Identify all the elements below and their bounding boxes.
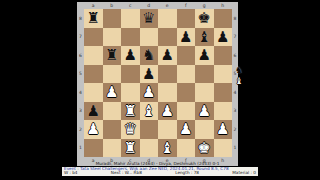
square-b1[interactable]	[103, 139, 122, 158]
last-move-label: W : b4	[64, 171, 78, 176]
rank-label-6: 6	[232, 46, 239, 65]
event-info-line: Event : Tata Steel Challengers, Wijk aan…	[64, 167, 256, 172]
square-c2[interactable]: ♛	[121, 120, 140, 139]
square-e4[interactable]	[158, 83, 177, 102]
square-f5[interactable]	[177, 65, 196, 84]
black-pawn-a3[interactable]: ♟	[87, 102, 100, 121]
rank-label-8: 8	[232, 9, 239, 28]
white-bishop-e1[interactable]: ♝	[161, 139, 174, 158]
square-h1[interactable]	[214, 139, 233, 158]
square-g4[interactable]	[195, 83, 214, 102]
square-f2[interactable]: ♟	[177, 120, 196, 139]
file-label-a: a	[84, 3, 103, 9]
square-e8[interactable]	[158, 9, 177, 28]
next-move-label: Next : W... Rb8	[111, 171, 142, 176]
black-pawn-g6[interactable]: ♟	[198, 46, 211, 65]
length-label: Length : 78	[175, 171, 199, 176]
square-g6[interactable]: ♟	[195, 46, 214, 65]
square-c5[interactable]	[121, 65, 140, 84]
square-e1[interactable]: ♝	[158, 139, 177, 158]
square-a4[interactable]	[84, 83, 103, 102]
players-result-line: Muradli, Mahir Arutla (2464) - Divya, De…	[77, 161, 238, 166]
white-pawn-g3[interactable]: ♟	[198, 102, 211, 121]
rank-label-2: 2	[77, 120, 84, 139]
square-d7[interactable]	[140, 28, 159, 47]
square-c1[interactable]: ♜	[121, 139, 140, 158]
black-king-g8[interactable]: ♚	[198, 9, 211, 28]
black-queen-d8[interactable]: ♛	[142, 9, 155, 28]
white-queen-c2[interactable]: ♛	[124, 120, 137, 139]
black-pawn-d5[interactable]: ♟	[142, 65, 155, 84]
square-b2[interactable]	[103, 120, 122, 139]
rank-label-5: 5	[77, 65, 84, 84]
square-a5[interactable]	[84, 65, 103, 84]
square-a1[interactable]	[84, 139, 103, 158]
square-g1[interactable]: ♚	[195, 139, 214, 158]
rank-label-4: 4	[77, 83, 84, 102]
square-h8[interactable]	[214, 9, 233, 28]
square-h2[interactable]: ♟	[214, 120, 233, 139]
square-g3[interactable]: ♟	[195, 102, 214, 121]
square-f3[interactable]	[177, 102, 196, 121]
file-label-c: c	[121, 3, 140, 9]
square-b7[interactable]	[103, 28, 122, 47]
square-c7[interactable]	[121, 28, 140, 47]
square-e2[interactable]	[158, 120, 177, 139]
file-label-e: e	[158, 3, 177, 9]
white-pawn-f2[interactable]: ♟	[179, 120, 192, 139]
square-e5[interactable]	[158, 65, 177, 84]
square-h5[interactable]	[214, 65, 233, 84]
black-knight-icon: ♞	[235, 65, 243, 76]
square-a7[interactable]	[84, 28, 103, 47]
square-g5[interactable]	[195, 65, 214, 84]
chess-board[interactable]: ♜♛♚♟♝♟♜♟♞♟♟♟♟♟♟♜♝♟♟♟♛♟♟♜♝♚	[84, 9, 232, 157]
square-g8[interactable]: ♚	[195, 9, 214, 28]
square-c4[interactable]	[121, 83, 140, 102]
square-e3[interactable]: ♟	[158, 102, 177, 121]
black-rook-a8[interactable]: ♜	[87, 9, 100, 28]
file-label-f: f	[177, 3, 196, 9]
square-d4[interactable]: ♟	[140, 83, 159, 102]
square-g7[interactable]: ♝	[195, 28, 214, 47]
square-b6[interactable]: ♜	[103, 46, 122, 65]
black-pawn-f7[interactable]: ♟	[179, 28, 192, 47]
square-c3[interactable]: ♜	[121, 102, 140, 121]
square-a6[interactable]	[84, 46, 103, 65]
square-h7[interactable]: ♟	[214, 28, 233, 47]
white-pawn-h2[interactable]: ♟	[216, 120, 229, 139]
square-d8[interactable]: ♛	[140, 9, 159, 28]
square-a3[interactable]: ♟	[84, 102, 103, 121]
white-bishop-icon: ♝	[235, 76, 243, 87]
rank-labels-left: 87654321	[77, 9, 84, 157]
white-bishop-d3[interactable]: ♝	[142, 102, 155, 121]
black-pawn-c6[interactable]: ♟	[124, 46, 137, 65]
square-d1[interactable]	[140, 139, 159, 158]
white-pawn-b4[interactable]: ♟	[105, 83, 118, 102]
square-c6[interactable]: ♟	[121, 46, 140, 65]
square-b3[interactable]	[103, 102, 122, 121]
material-label: Material : 0	[232, 171, 256, 176]
white-pawn-e3[interactable]: ♟	[161, 102, 174, 121]
rank-label-3: 3	[232, 102, 239, 121]
file-label-h: h	[214, 3, 233, 9]
rank-label-7: 7	[77, 28, 84, 47]
rank-label-1: 1	[77, 139, 84, 158]
video-frame: abcdefgh 87654321 87654321 abcdefgh ♜♛♚♟…	[0, 0, 320, 180]
square-d3[interactable]: ♝	[140, 102, 159, 121]
square-h4[interactable]	[214, 83, 233, 102]
status-line: W : b4 Next : W... Rb8 Length : 78 Mater…	[64, 171, 256, 176]
square-c8[interactable]	[121, 9, 140, 28]
file-label-b: b	[103, 3, 122, 9]
white-pawn-d4[interactable]: ♟	[142, 83, 155, 102]
white-king-g1[interactable]: ♚	[198, 139, 211, 158]
rank-label-6: 6	[77, 46, 84, 65]
file-label-g: g	[195, 3, 214, 9]
captured-material-tray: ♞♝	[233, 65, 245, 87]
rank-label-1: 1	[232, 139, 239, 158]
game-info-strip: Event : Tata Steel Challengers, Wijk aan…	[62, 167, 258, 177]
square-a2[interactable]: ♟	[84, 120, 103, 139]
square-g2[interactable]	[195, 120, 214, 139]
rank-label-3: 3	[77, 102, 84, 121]
black-bishop-g7[interactable]: ♝	[198, 28, 211, 47]
white-pawn-a2[interactable]: ♟	[87, 120, 100, 139]
square-f8[interactable]	[177, 9, 196, 28]
black-pawn-h7[interactable]: ♟	[216, 28, 229, 47]
rank-label-8: 8	[77, 9, 84, 28]
square-h3[interactable]	[214, 102, 233, 121]
square-f6[interactable]	[177, 46, 196, 65]
file-labels-top: abcdefgh	[84, 3, 232, 9]
square-d5[interactable]: ♟	[140, 65, 159, 84]
black-pawn-e6[interactable]: ♟	[161, 46, 174, 65]
rank-label-2: 2	[232, 120, 239, 139]
square-f7[interactable]: ♟	[177, 28, 196, 47]
white-rook-c1[interactable]: ♜	[124, 139, 137, 158]
square-e7[interactable]	[158, 28, 177, 47]
square-f1[interactable]	[177, 139, 196, 158]
square-a8[interactable]: ♜	[84, 9, 103, 28]
black-knight-d6[interactable]: ♞	[142, 46, 155, 65]
square-e6[interactable]: ♟	[158, 46, 177, 65]
square-d6[interactable]: ♞	[140, 46, 159, 65]
white-rook-c3[interactable]: ♜	[124, 102, 137, 121]
black-rook-b6[interactable]: ♜	[105, 46, 118, 65]
square-b8[interactable]	[103, 9, 122, 28]
square-b4[interactable]: ♟	[103, 83, 122, 102]
square-b5[interactable]	[103, 65, 122, 84]
square-h6[interactable]	[214, 46, 233, 65]
file-label-d: d	[140, 3, 159, 9]
square-f4[interactable]	[177, 83, 196, 102]
square-d2[interactable]	[140, 120, 159, 139]
rank-label-7: 7	[232, 28, 239, 47]
